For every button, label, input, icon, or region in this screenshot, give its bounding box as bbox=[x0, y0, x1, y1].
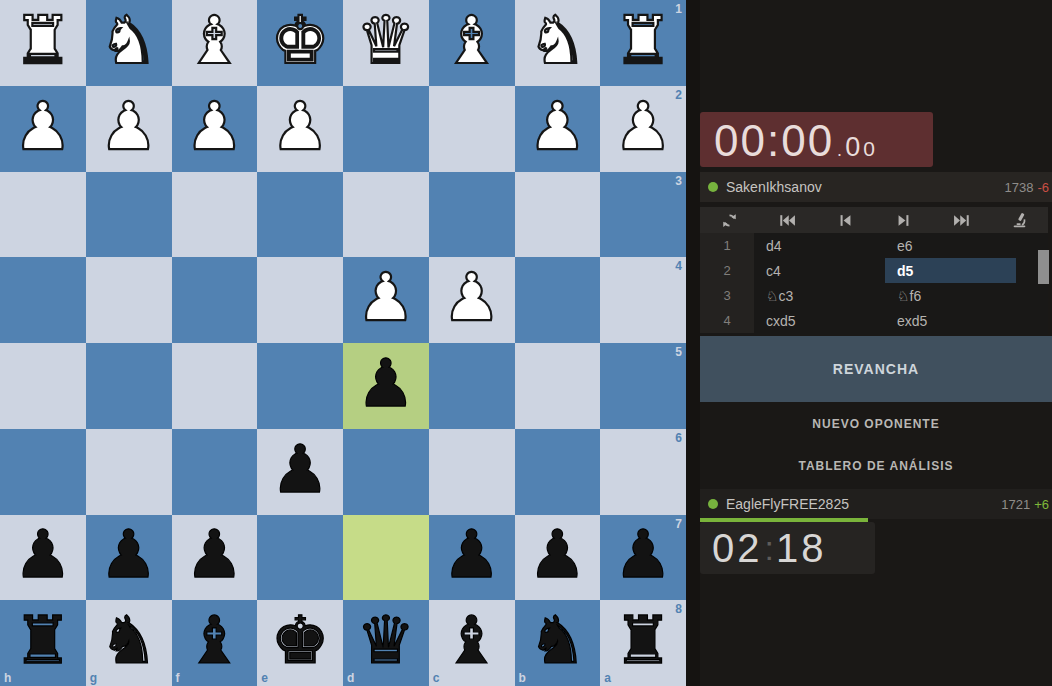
player-bottom-name[interactable]: EagleFlyFREE2825 bbox=[726, 496, 849, 512]
square-g4[interactable] bbox=[86, 257, 172, 343]
piece-black-knight[interactable]: ♞ bbox=[528, 608, 587, 674]
online-dot-icon bbox=[708, 182, 718, 192]
black-clock: 02 : 18 bbox=[700, 522, 875, 574]
square-c7[interactable]: ♟ bbox=[429, 515, 515, 601]
file-label-d: d bbox=[347, 672, 354, 684]
player-bottom-rating: 1721 bbox=[1001, 497, 1030, 512]
piece-black-pawn[interactable]: ♟ bbox=[99, 522, 158, 588]
square-b3[interactable] bbox=[515, 172, 601, 258]
piece-black-knight[interactable]: ♞ bbox=[99, 608, 158, 674]
square-e4[interactable] bbox=[257, 257, 343, 343]
piece-white-bishop[interactable]: ♝ bbox=[442, 8, 501, 74]
move-black-2[interactable]: d5 bbox=[885, 258, 1016, 283]
piece-white-knight[interactable]: ♞ bbox=[99, 8, 158, 74]
file-label-f: f bbox=[176, 672, 180, 684]
piece-white-pawn[interactable]: ♟ bbox=[528, 94, 587, 160]
piece-black-rook[interactable]: ♜ bbox=[614, 608, 673, 674]
online-dot-icon bbox=[708, 499, 718, 509]
rank-label-4: 4 bbox=[675, 260, 682, 272]
square-g2[interactable]: ♟ bbox=[86, 86, 172, 172]
square-h3[interactable] bbox=[0, 172, 86, 258]
square-a5[interactable]: 5 bbox=[600, 343, 686, 429]
rank-label-5: 5 bbox=[675, 346, 682, 358]
piece-white-pawn[interactable]: ♟ bbox=[13, 94, 72, 160]
rank-label-2: 2 bbox=[675, 89, 682, 101]
square-d1[interactable]: ♛ bbox=[343, 0, 429, 86]
square-a2[interactable]: 2♟ bbox=[600, 86, 686, 172]
piece-white-bishop[interactable]: ♝ bbox=[185, 8, 244, 74]
analysis-microscope-icon[interactable] bbox=[990, 207, 1048, 233]
file-label-a: a bbox=[604, 672, 611, 684]
square-e2[interactable]: ♟ bbox=[257, 86, 343, 172]
square-f7[interactable]: ♟ bbox=[172, 515, 258, 601]
square-e8[interactable]: e♚ bbox=[257, 600, 343, 686]
square-b1[interactable]: ♞ bbox=[515, 0, 601, 86]
move-white-2[interactable]: c4 bbox=[754, 258, 885, 283]
piece-black-bishop[interactable]: ♝ bbox=[185, 608, 244, 674]
player-top-rating-delta: -6 bbox=[1037, 180, 1049, 195]
go-next-icon[interactable] bbox=[874, 207, 932, 233]
move-row-1: 1d4e6 bbox=[700, 233, 1048, 258]
player-top-row: SakenIkhsanov 1738 -6 bbox=[700, 172, 1052, 202]
player-top-name[interactable]: SakenIkhsanov bbox=[726, 179, 822, 195]
square-f3[interactable] bbox=[172, 172, 258, 258]
piece-black-pawn[interactable]: ♟ bbox=[185, 522, 244, 588]
square-g6[interactable] bbox=[86, 429, 172, 515]
player-bottom-row: EagleFlyFREE2825 1721 +6 bbox=[700, 489, 1052, 519]
square-g7[interactable]: ♟ bbox=[86, 515, 172, 601]
piece-white-knight[interactable]: ♞ bbox=[528, 8, 587, 74]
square-d5[interactable]: ♟ bbox=[343, 343, 429, 429]
piece-black-pawn[interactable]: ♟ bbox=[442, 522, 501, 588]
square-a1[interactable]: 1♜ bbox=[600, 0, 686, 86]
piece-white-rook[interactable]: ♜ bbox=[614, 8, 673, 74]
square-b8[interactable]: b♞ bbox=[515, 600, 601, 686]
square-d2[interactable] bbox=[343, 86, 429, 172]
rematch-button[interactable]: REVANCHA bbox=[700, 336, 1052, 402]
go-last-icon[interactable] bbox=[932, 207, 990, 233]
chess-board[interactable]: ♜♞♝♚♛♝♞1♜♟♟♟♟♟2♟3♟♟4♟5♟6♟♟♟♟♟7♟h♜g♞f♝e♚d… bbox=[0, 0, 686, 686]
move-list: 1d4e62c4d53♘c3♘f64cxd5exd5 bbox=[700, 233, 1048, 335]
square-c2[interactable] bbox=[429, 86, 515, 172]
cycle-icon[interactable] bbox=[700, 207, 758, 233]
square-h4[interactable] bbox=[0, 257, 86, 343]
piece-black-pawn[interactable]: ♟ bbox=[528, 522, 587, 588]
square-e6[interactable]: ♟ bbox=[257, 429, 343, 515]
move-black-4[interactable]: exd5 bbox=[885, 308, 1016, 333]
square-f5[interactable] bbox=[172, 343, 258, 429]
black-clock-minutes: 02 bbox=[712, 526, 763, 571]
rank-label-1: 1 bbox=[675, 3, 682, 15]
square-c5[interactable] bbox=[429, 343, 515, 429]
square-g8[interactable]: g♞ bbox=[86, 600, 172, 686]
rank-label-6: 6 bbox=[675, 432, 682, 444]
square-c8[interactable]: c♝ bbox=[429, 600, 515, 686]
player-bottom-rating-delta: +6 bbox=[1034, 497, 1049, 512]
piece-black-pawn[interactable]: ♟ bbox=[614, 522, 673, 588]
white-clock: 00:00.00 bbox=[700, 112, 933, 167]
square-b7[interactable]: ♟ bbox=[515, 515, 601, 601]
square-b4[interactable] bbox=[515, 257, 601, 343]
move-row-3: 3♘c3♘f6 bbox=[700, 283, 1048, 308]
square-g1[interactable]: ♞ bbox=[86, 0, 172, 86]
piece-white-pawn[interactable]: ♟ bbox=[614, 94, 673, 160]
square-a7[interactable]: 7♟ bbox=[600, 515, 686, 601]
piece-white-pawn[interactable]: ♟ bbox=[99, 94, 158, 160]
rank-label-8: 8 bbox=[675, 603, 682, 615]
piece-black-rook[interactable]: ♜ bbox=[13, 608, 72, 674]
square-d7[interactable] bbox=[343, 515, 429, 601]
piece-black-pawn[interactable]: ♟ bbox=[13, 522, 72, 588]
piece-black-pawn[interactable]: ♟ bbox=[356, 351, 415, 417]
square-h2[interactable]: ♟ bbox=[0, 86, 86, 172]
square-f6[interactable] bbox=[172, 429, 258, 515]
analysis-board-button[interactable]: TABLERO DE ANÁLISIS bbox=[700, 452, 1052, 480]
square-e1[interactable]: ♚ bbox=[257, 0, 343, 86]
piece-black-queen[interactable]: ♛ bbox=[356, 608, 415, 674]
square-c1[interactable]: ♝ bbox=[429, 0, 515, 86]
square-c6[interactable] bbox=[429, 429, 515, 515]
move-number: 1 bbox=[700, 233, 754, 258]
file-label-g: g bbox=[90, 672, 97, 684]
square-a6[interactable]: 6 bbox=[600, 429, 686, 515]
move-row-4: 4cxd5exd5 bbox=[700, 308, 1048, 333]
move-number: 2 bbox=[700, 258, 754, 283]
square-d3[interactable] bbox=[343, 172, 429, 258]
piece-white-pawn[interactable]: ♟ bbox=[271, 94, 330, 160]
square-f1[interactable]: ♝ bbox=[172, 0, 258, 86]
square-b5[interactable] bbox=[515, 343, 601, 429]
move-black-3[interactable]: ♘f6 bbox=[885, 283, 1016, 308]
go-first-icon[interactable] bbox=[758, 207, 816, 233]
go-previous-icon[interactable] bbox=[816, 207, 874, 233]
file-label-c: c bbox=[433, 672, 440, 684]
move-number: 3 bbox=[700, 283, 754, 308]
square-h8[interactable]: h♜ bbox=[0, 600, 86, 686]
move-list-scrollbar[interactable] bbox=[1038, 250, 1049, 284]
square-f4[interactable] bbox=[172, 257, 258, 343]
square-f8[interactable]: f♝ bbox=[172, 600, 258, 686]
square-f2[interactable]: ♟ bbox=[172, 86, 258, 172]
square-d8[interactable]: d♛ bbox=[343, 600, 429, 686]
black-clock-seconds: 18 bbox=[776, 526, 827, 571]
square-c3[interactable] bbox=[429, 172, 515, 258]
piece-white-pawn[interactable]: ♟ bbox=[356, 265, 415, 331]
piece-white-rook[interactable]: ♜ bbox=[13, 8, 72, 74]
square-e3[interactable] bbox=[257, 172, 343, 258]
file-label-e: e bbox=[261, 672, 268, 684]
piece-white-king[interactable]: ♚ bbox=[271, 8, 330, 74]
piece-black-bishop[interactable]: ♝ bbox=[442, 608, 501, 674]
piece-black-king[interactable]: ♚ bbox=[271, 608, 330, 674]
square-a4[interactable]: 4 bbox=[600, 257, 686, 343]
square-c4[interactable]: ♟ bbox=[429, 257, 515, 343]
square-a8[interactable]: 8a♜ bbox=[600, 600, 686, 686]
file-label-b: b bbox=[519, 672, 526, 684]
square-e7[interactable] bbox=[257, 515, 343, 601]
move-white-3[interactable]: ♘c3 bbox=[754, 283, 885, 308]
move-white-4[interactable]: cxd5 bbox=[754, 308, 885, 333]
square-a3[interactable]: 3 bbox=[600, 172, 686, 258]
move-white-1[interactable]: d4 bbox=[754, 233, 885, 258]
white-clock-time: 00:00 bbox=[714, 116, 834, 166]
player-top-rating: 1738 bbox=[1005, 180, 1034, 195]
square-d4[interactable]: ♟ bbox=[343, 257, 429, 343]
new-opponent-button[interactable]: NUEVO OPONENTE bbox=[700, 410, 1052, 438]
square-h1[interactable]: ♜ bbox=[0, 0, 86, 86]
side-panel: 00:00.00 SakenIkhsanov 1738 -6 bbox=[700, 0, 1052, 686]
piece-white-queen[interactable]: ♛ bbox=[356, 8, 415, 74]
white-clock-hundredths: 0 bbox=[863, 137, 875, 161]
square-g5[interactable] bbox=[86, 343, 172, 429]
piece-white-pawn[interactable]: ♟ bbox=[442, 265, 501, 331]
square-h5[interactable] bbox=[0, 343, 86, 429]
rank-label-3: 3 bbox=[675, 175, 682, 187]
move-number: 4 bbox=[700, 308, 754, 333]
square-b6[interactable] bbox=[515, 429, 601, 515]
game-screen: ♜♞♝♚♛♝♞1♜♟♟♟♟♟2♟3♟♟4♟5♟6♟♟♟♟♟7♟h♜g♞f♝e♚d… bbox=[0, 0, 1052, 686]
move-nav-bar bbox=[700, 207, 1048, 233]
square-e5[interactable] bbox=[257, 343, 343, 429]
square-d6[interactable] bbox=[343, 429, 429, 515]
move-black-1[interactable]: e6 bbox=[885, 233, 1016, 258]
rank-label-7: 7 bbox=[675, 518, 682, 530]
piece-white-pawn[interactable]: ♟ bbox=[185, 94, 244, 160]
move-row-2: 2c4d5 bbox=[700, 258, 1048, 283]
square-g3[interactable] bbox=[86, 172, 172, 258]
piece-black-pawn[interactable]: ♟ bbox=[271, 437, 330, 503]
file-label-h: h bbox=[4, 672, 11, 684]
white-clock-tenths: 0 bbox=[845, 132, 860, 163]
square-b2[interactable]: ♟ bbox=[515, 86, 601, 172]
square-h6[interactable] bbox=[0, 429, 86, 515]
square-h7[interactable]: ♟ bbox=[0, 515, 86, 601]
